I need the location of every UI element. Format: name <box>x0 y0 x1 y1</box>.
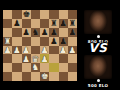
square-h6: ♟ <box>68 28 77 37</box>
square-h2 <box>68 63 77 72</box>
square-e2 <box>40 63 49 72</box>
square-g3 <box>59 54 68 63</box>
white-pawn-piece: ♟ <box>22 54 30 63</box>
square-b1 <box>12 72 21 81</box>
black-pawn-piece: ♟ <box>22 28 30 37</box>
player-bottom-avatar <box>84 55 112 79</box>
black-rook-piece: ♜ <box>50 19 58 28</box>
black-knight-piece: ♞ <box>32 28 40 37</box>
square-h8 <box>68 10 77 19</box>
square-a7 <box>3 19 12 28</box>
black-pawn-piece: ♟ <box>69 28 77 37</box>
square-g2 <box>59 63 68 72</box>
square-d8 <box>31 10 40 19</box>
black-pawn-piece: ♟ <box>41 28 49 37</box>
square-d7 <box>31 19 40 28</box>
square-c4: ♟ <box>22 46 31 55</box>
white-pawn-piece: ♟ <box>41 54 49 63</box>
vs-label: VS <box>78 41 118 55</box>
square-f1 <box>49 72 58 81</box>
black-pawn-piece: ♟ <box>59 37 67 46</box>
square-g8 <box>59 10 68 19</box>
black-king-piece: ♚ <box>22 10 30 19</box>
square-e4: ♟ <box>40 46 49 55</box>
square-b4: ♟ <box>12 46 21 55</box>
square-e5 <box>40 37 49 46</box>
square-a1 <box>3 72 12 81</box>
white-knight-piece: ♞ <box>32 63 40 72</box>
square-g6 <box>59 28 68 37</box>
square-c2 <box>22 63 31 72</box>
white-queen-piece: ♛ <box>32 54 40 63</box>
black-rook-piece: ♜ <box>69 19 77 28</box>
square-b2 <box>12 63 21 72</box>
square-b8 <box>12 10 21 19</box>
square-h7: ♜ <box>68 19 77 28</box>
square-a2 <box>3 63 12 72</box>
player-bottom-rating-label: 500 ELO <box>78 83 118 88</box>
square-e1: ♚ <box>40 72 49 81</box>
square-b5 <box>12 37 21 46</box>
square-e6: ♟ <box>40 28 49 37</box>
square-d4 <box>31 46 40 55</box>
square-f7: ♜ <box>49 19 58 28</box>
white-pawn-piece: ♟ <box>13 46 21 55</box>
white-king-piece: ♚ <box>41 72 49 81</box>
square-f6: ♟ <box>49 28 58 37</box>
square-g4: ♟ <box>59 46 68 55</box>
white-pawn-piece: ♟ <box>59 46 67 55</box>
square-h5 <box>68 37 77 46</box>
square-d6: ♞ <box>31 28 40 37</box>
square-c5 <box>22 37 31 46</box>
white-pawn-piece: ♟ <box>22 46 30 55</box>
square-d1 <box>31 72 40 81</box>
square-h4: ♟ <box>68 46 77 55</box>
video-thumbnail[interactable]: ♚♟♜♟♜♟♞♟♟♟♜♟♟♟♟♟♟♟♟♟♛♟♞♚ 800 ELO VS 500 … <box>0 0 120 90</box>
square-g7: ♟ <box>59 19 68 28</box>
square-h1 <box>68 72 77 81</box>
square-c6: ♟ <box>22 28 31 37</box>
square-b3 <box>12 54 21 63</box>
square-e8 <box>40 10 49 19</box>
square-h3 <box>68 54 77 63</box>
white-pawn-piece: ♟ <box>4 46 12 55</box>
square-a6 <box>3 28 12 37</box>
square-a4: ♟ <box>3 46 12 55</box>
square-d5 <box>31 37 40 46</box>
square-e3: ♟ <box>40 54 49 63</box>
square-a3 <box>3 54 12 63</box>
square-c7 <box>22 19 31 28</box>
black-pawn-piece: ♟ <box>50 28 58 37</box>
square-f4 <box>49 46 58 55</box>
square-f3 <box>49 54 58 63</box>
black-pawn-piece: ♟ <box>50 37 58 46</box>
square-b7: ♟ <box>12 19 21 28</box>
black-pawn-piece: ♟ <box>13 19 21 28</box>
square-d2: ♞ <box>31 63 40 72</box>
square-a5: ♜ <box>3 37 12 46</box>
square-a8 <box>3 10 12 19</box>
white-rook-piece: ♜ <box>4 37 12 46</box>
square-f2 <box>49 63 58 72</box>
square-g1 <box>59 72 68 81</box>
chess-board: ♚♟♜♟♜♟♞♟♟♟♜♟♟♟♟♟♟♟♟♟♛♟♞♚ <box>3 10 77 81</box>
square-f5: ♟ <box>49 37 58 46</box>
square-d3: ♛ <box>31 54 40 63</box>
square-e7 <box>40 19 49 28</box>
black-pawn-piece: ♟ <box>59 19 67 28</box>
white-pawn-piece: ♟ <box>69 46 77 55</box>
white-pawn-piece: ♟ <box>41 46 49 55</box>
square-c1 <box>22 72 31 81</box>
square-c3: ♟ <box>22 54 31 63</box>
square-g5: ♟ <box>59 37 68 46</box>
player-bottom-rating: 500 ELO <box>78 79 118 88</box>
players-panel: 800 ELO VS 500 ELO <box>78 0 120 90</box>
square-b6 <box>12 28 21 37</box>
square-f8 <box>49 10 58 19</box>
square-c8: ♚ <box>22 10 31 19</box>
player-top-avatar <box>84 10 112 34</box>
